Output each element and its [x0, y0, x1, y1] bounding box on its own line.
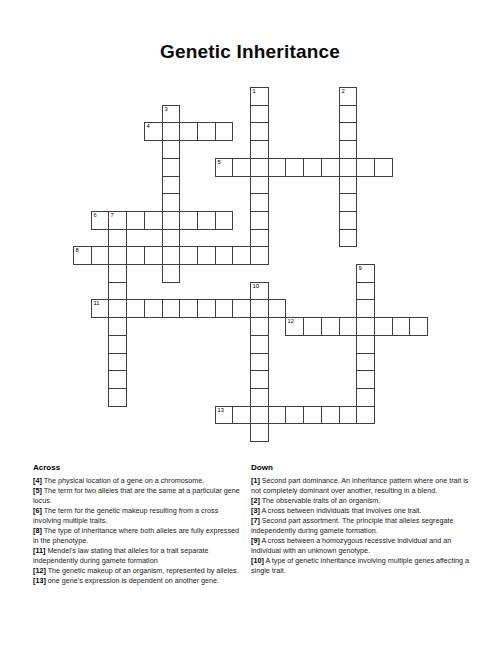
clue-number-2: 2: [342, 89, 345, 95]
crossword-grid: 12345678910111213: [73, 87, 429, 443]
crossword-cell-r16c2[interactable]: [108, 370, 127, 389]
crossword-cell-r12c3[interactable]: [126, 299, 145, 318]
down-clue-7: [7] Second part assortment. The principl…: [251, 516, 473, 536]
crossword-cell-r9c0[interactable]: 8: [73, 246, 92, 265]
crossword-cell-r7c15[interactable]: [339, 211, 357, 230]
crossword-cell-r9c5[interactable]: [162, 246, 180, 265]
across-clue-13: [13] one gene's expression is dependent …: [33, 576, 245, 586]
crossword-cell-r12c9[interactable]: [232, 299, 251, 318]
crossword-cell-r13c12[interactable]: 12: [285, 317, 304, 336]
clue-number-3: 3: [165, 107, 168, 113]
crossword-cell-r12c7[interactable]: [197, 299, 216, 318]
crossword-cell-r11c16[interactable]: [356, 282, 375, 300]
down-clue-10: [10] A type of genetic inheritance invol…: [251, 556, 473, 576]
across-clue-4: [4] The physical location of a gene on a…: [33, 476, 245, 486]
crossword-cell-r12c11[interactable]: [268, 299, 286, 318]
crossword-cell-r18c8[interactable]: 13: [215, 406, 233, 424]
crossword-cell-r7c10[interactable]: [250, 211, 269, 230]
across-clue-11: [11] Mendel's law stating that alleles f…: [33, 546, 245, 566]
crossword-cell-r18c10[interactable]: [250, 406, 269, 424]
crossword-cell-r1c5[interactable]: 3: [162, 105, 180, 123]
crossword-cell-r3c10[interactable]: [250, 140, 269, 159]
crossword-cell-r2c4[interactable]: 4: [144, 122, 163, 141]
crossword-cell-r2c8[interactable]: [215, 122, 233, 141]
down-clues-column: Down [1] Second part dominance. An inher…: [251, 463, 473, 586]
crossword-cell-r13c10[interactable]: [250, 317, 269, 336]
crossword-cell-r9c9[interactable]: [232, 246, 251, 265]
crossword-cell-r18c9[interactable]: [232, 406, 251, 424]
crossword-cell-r8c2[interactable]: [108, 229, 127, 247]
crossword-cell-r15c2[interactable]: [108, 353, 127, 371]
across-clue-6: [6] The term for the genetic makeup resu…: [33, 506, 245, 526]
crossword-cell-r11c10[interactable]: 10: [250, 282, 269, 300]
crossword-cell-r4c17[interactable]: [374, 158, 393, 177]
crossword-cell-r13c14[interactable]: [321, 317, 340, 336]
crossword-cell-r9c1[interactable]: [91, 246, 109, 265]
crossword-cell-r12c10[interactable]: [250, 299, 269, 318]
crossword-cell-r8c15[interactable]: [339, 229, 357, 247]
crossword-cell-r4c5[interactable]: [162, 158, 180, 177]
crossword-cell-r19c10[interactable]: [250, 423, 269, 442]
across-heading: Across: [33, 463, 245, 472]
crossword-cell-r0c10[interactable]: 1: [250, 87, 269, 106]
crossword-cell-r13c16[interactable]: [356, 317, 375, 336]
crossword-cell-r12c4[interactable]: [144, 299, 163, 318]
crossword-cell-r18c16[interactable]: [356, 406, 375, 424]
clue-number-8: 8: [76, 248, 79, 254]
crossword-cell-r9c4[interactable]: [144, 246, 163, 265]
crossword-cell-r17c16[interactable]: [356, 388, 375, 407]
crossword-cell-r12c6[interactable]: [179, 299, 198, 318]
crossword-cell-r16c16[interactable]: [356, 370, 375, 389]
crossword-cell-r8c5[interactable]: [162, 229, 180, 247]
crossword-cell-r10c5[interactable]: [162, 264, 180, 283]
crossword-cell-r2c15[interactable]: [339, 122, 357, 141]
across-clues-list: [4] The physical location of a gene on a…: [33, 476, 245, 586]
crossword-cell-r17c2[interactable]: [108, 388, 127, 407]
crossword-cell-r4c9[interactable]: [232, 158, 251, 177]
crossword-cell-r15c16[interactable]: [356, 353, 375, 371]
clue-number-5: 5: [218, 160, 221, 166]
crossword-cell-r14c16[interactable]: [356, 335, 375, 354]
crossword-cell-r14c10[interactable]: [250, 335, 269, 354]
crossword-cell-r2c7[interactable]: [197, 122, 216, 141]
crossword-cell-r4c10[interactable]: [250, 158, 269, 177]
crossword-cell-r10c16[interactable]: 9: [356, 264, 375, 283]
crossword-cell-r2c5[interactable]: [162, 122, 180, 141]
clue-number-11: 11: [94, 301, 100, 307]
down-clue-9: [9] A cross between a homozygous recessi…: [251, 536, 473, 556]
across-clue-12: [12] The genetic makeup of an organism, …: [33, 566, 245, 576]
crossword-cell-r3c15[interactable]: [339, 140, 357, 159]
crossword-cell-r6c5[interactable]: [162, 193, 180, 212]
crossword-cell-r18c11[interactable]: [268, 406, 286, 424]
crossword-cell-r13c2[interactable]: [108, 317, 127, 336]
crossword-cell-r9c3[interactable]: [126, 246, 145, 265]
crossword-cell-r13c17[interactable]: [374, 317, 393, 336]
crossword-cell-r4c13[interactable]: [303, 158, 322, 177]
crossword-page: Genetic Inheritance 12345678910111213 Ac…: [0, 0, 500, 647]
crossword-cell-r9c10[interactable]: [250, 246, 269, 265]
down-clue-3: [3] A cross between individuals that inv…: [251, 506, 473, 516]
across-clues-column: Across [4] The physical location of a ge…: [33, 463, 245, 586]
crossword-cell-r0c15[interactable]: 2: [339, 87, 357, 106]
crossword-cell-r11c2[interactable]: [108, 282, 127, 300]
crossword-cell-r4c12[interactable]: [285, 158, 304, 177]
clue-number-10: 10: [253, 284, 259, 290]
crossword-cell-r13c18[interactable]: [392, 317, 410, 336]
crossword-cell-r9c7[interactable]: [197, 246, 216, 265]
crossword-cell-r9c2[interactable]: [108, 246, 127, 265]
crossword-cell-r2c6[interactable]: [179, 122, 198, 141]
clue-number-9: 9: [359, 266, 362, 272]
crossword-cell-r13c13[interactable]: [303, 317, 322, 336]
crossword-cell-r14c2[interactable]: [108, 335, 127, 354]
clue-number-12: 12: [288, 319, 294, 325]
crossword-cell-r18c15[interactable]: [339, 406, 357, 424]
crossword-cell-r7c3[interactable]: [126, 211, 145, 230]
crossword-cell-r13c15[interactable]: [339, 317, 357, 336]
crossword-cell-r6c15[interactable]: [339, 193, 357, 212]
crossword-cell-r7c4[interactable]: [144, 211, 163, 230]
crossword-cell-r18c14[interactable]: [321, 406, 340, 424]
crossword-cell-r5c15[interactable]: [339, 176, 357, 194]
crossword-cell-r7c6[interactable]: [179, 211, 198, 230]
clues-section: Across [4] The physical location of a ge…: [33, 463, 473, 586]
crossword-cell-r1c15[interactable]: [339, 105, 357, 123]
clue-number-4: 4: [147, 124, 150, 130]
crossword-cell-r7c2[interactable]: 7: [108, 211, 127, 230]
crossword-cell-r16c10[interactable]: [250, 370, 269, 389]
crossword-cell-r4c8[interactable]: 5: [215, 158, 233, 177]
clue-number-13: 13: [218, 408, 224, 414]
across-clue-5: [5] The term for two alleles that are th…: [33, 486, 245, 506]
clue-number-7: 7: [111, 213, 114, 219]
crossword-cell-r7c8[interactable]: [215, 211, 233, 230]
crossword-cell-r7c5[interactable]: [162, 211, 180, 230]
crossword-cell-r15c10[interactable]: [250, 353, 269, 371]
crossword-cell-r5c10[interactable]: [250, 176, 269, 194]
down-clues-list: [1] Second part dominance. An inheritanc…: [251, 476, 473, 576]
crossword-cell-r4c14[interactable]: [321, 158, 340, 177]
crossword-cell-r6c10[interactable]: [250, 193, 269, 212]
across-clue-8: [8] The type of inheritance where both a…: [33, 526, 245, 546]
clue-number-6: 6: [94, 213, 97, 219]
crossword-cell-r7c1[interactable]: 6: [91, 211, 109, 230]
crossword-cell-r18c13[interactable]: [303, 406, 322, 424]
crossword-cell-r4c15[interactable]: [339, 158, 357, 177]
crossword-cell-r4c16[interactable]: [356, 158, 375, 177]
clue-number-1: 1: [253, 89, 256, 95]
crossword-cell-r8c10[interactable]: [250, 229, 269, 247]
crossword-cell-r12c1[interactable]: 11: [91, 299, 109, 318]
crossword-cell-r1c10[interactable]: [250, 105, 269, 123]
puzzle-title: Genetic Inheritance: [0, 41, 500, 63]
crossword-cell-r13c19[interactable]: [409, 317, 428, 336]
crossword-cell-r18c12[interactable]: [285, 406, 304, 424]
crossword-cell-r12c5[interactable]: [162, 299, 180, 318]
crossword-cell-r9c6[interactable]: [179, 246, 198, 265]
down-heading: Down: [251, 463, 473, 472]
crossword-cell-r17c10[interactable]: [250, 388, 269, 407]
down-clue-2: [2] The observable traits of an organism…: [251, 496, 473, 506]
crossword-cell-r5c5[interactable]: [162, 176, 180, 194]
crossword-cell-r12c16[interactable]: [356, 299, 375, 318]
crossword-cell-r10c2[interactable]: [108, 264, 127, 283]
crossword-cell-r12c2[interactable]: [108, 299, 127, 318]
crossword-cell-r12c8[interactable]: [215, 299, 233, 318]
crossword-cell-r7c7[interactable]: [197, 211, 216, 230]
crossword-cell-r4c11[interactable]: [268, 158, 286, 177]
crossword-cell-r2c10[interactable]: [250, 122, 269, 141]
crossword-cell-r3c5[interactable]: [162, 140, 180, 159]
down-clue-1: [1] Second part dominance. An inheritanc…: [251, 476, 473, 496]
crossword-cell-r9c8[interactable]: [215, 246, 233, 265]
